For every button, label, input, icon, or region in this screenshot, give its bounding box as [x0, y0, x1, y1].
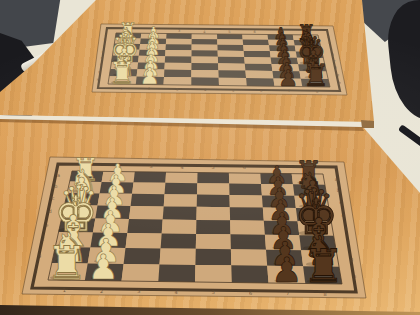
tournament-room-scene: 11aa22bb33cc44dd55ee66ff77gg88hh♜♟♟♜♞♟♟♞…	[0, 0, 420, 315]
chair-right-leg	[398, 124, 420, 154]
